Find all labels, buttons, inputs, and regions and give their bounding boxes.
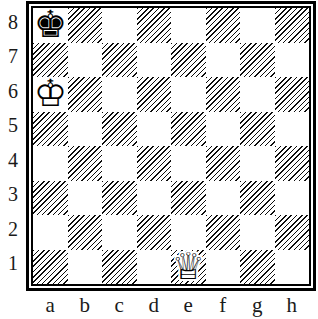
square-a3[interactable]	[33, 181, 68, 216]
square-e3[interactable]	[171, 181, 206, 216]
square-b8[interactable]	[68, 8, 103, 43]
file-label-g: g	[240, 291, 275, 319]
square-g7[interactable]	[240, 43, 275, 78]
square-b5[interactable]	[68, 112, 103, 147]
board-grid: ♚♚♔♛♕	[33, 8, 309, 284]
square-c4[interactable]	[102, 146, 137, 181]
file-label-e: e	[171, 291, 206, 319]
square-f2[interactable]	[206, 215, 241, 250]
rank-label-7: 7	[0, 40, 26, 75]
file-label-f: f	[206, 291, 241, 319]
square-c2[interactable]	[102, 215, 137, 250]
square-d8[interactable]	[137, 8, 172, 43]
square-g1[interactable]	[240, 250, 275, 285]
square-b3[interactable]	[68, 181, 103, 216]
chess-diagram: 87654321 ♚♚♔♛♕ abcdefgh	[0, 0, 318, 319]
square-a6[interactable]: ♚♔	[33, 77, 68, 112]
square-g5[interactable]	[240, 112, 275, 147]
square-h2[interactable]	[275, 215, 310, 250]
square-e6[interactable]	[171, 77, 206, 112]
square-b4[interactable]	[68, 146, 103, 181]
square-h6[interactable]	[275, 77, 310, 112]
square-g6[interactable]	[240, 77, 275, 112]
square-c3[interactable]	[102, 181, 137, 216]
square-b6[interactable]	[68, 77, 103, 112]
file-label-c: c	[102, 291, 137, 319]
square-e5[interactable]	[171, 112, 206, 147]
rank-label-1: 1	[0, 247, 26, 282]
square-d2[interactable]	[137, 215, 172, 250]
square-d4[interactable]	[137, 146, 172, 181]
square-h8[interactable]	[275, 8, 310, 43]
rank-label-6: 6	[0, 74, 26, 109]
square-d1[interactable]	[137, 250, 172, 285]
square-a2[interactable]	[33, 215, 68, 250]
square-g8[interactable]	[240, 8, 275, 43]
file-label-b: b	[68, 291, 103, 319]
square-h4[interactable]	[275, 146, 310, 181]
piece-glyph: ♔	[34, 75, 67, 112]
square-f1[interactable]	[206, 250, 241, 285]
square-f3[interactable]	[206, 181, 241, 216]
piece-glyph: ♕	[172, 248, 205, 285]
piece-white-queen[interactable]: ♛♕	[171, 250, 206, 285]
square-d6[interactable]	[137, 77, 172, 112]
rank-label-3: 3	[0, 178, 26, 213]
square-c6[interactable]	[102, 77, 137, 112]
square-e1[interactable]: ♛♕	[171, 250, 206, 285]
square-h3[interactable]	[275, 181, 310, 216]
square-f7[interactable]	[206, 43, 241, 78]
rank-label-8: 8	[0, 5, 26, 40]
square-a5[interactable]	[33, 112, 68, 147]
piece-black-king[interactable]: ♚	[33, 8, 68, 43]
square-c5[interactable]	[102, 112, 137, 147]
square-f6[interactable]	[206, 77, 241, 112]
file-label-h: h	[275, 291, 310, 319]
square-f4[interactable]	[206, 146, 241, 181]
rank-label-2: 2	[0, 212, 26, 247]
square-f5[interactable]	[206, 112, 241, 147]
square-e7[interactable]	[171, 43, 206, 78]
square-e4[interactable]	[171, 146, 206, 181]
square-h1[interactable]	[275, 250, 310, 285]
square-c1[interactable]	[102, 250, 137, 285]
rank-labels: 87654321	[0, 8, 26, 284]
square-h7[interactable]	[275, 43, 310, 78]
square-d7[interactable]	[137, 43, 172, 78]
square-a8[interactable]: ♚	[33, 8, 68, 43]
square-a1[interactable]	[33, 250, 68, 285]
square-c7[interactable]	[102, 43, 137, 78]
square-d3[interactable]	[137, 181, 172, 216]
square-b1[interactable]	[68, 250, 103, 285]
rank-label-4: 4	[0, 143, 26, 178]
square-c8[interactable]	[102, 8, 137, 43]
rank-label-5: 5	[0, 109, 26, 144]
file-label-a: a	[33, 291, 68, 319]
square-e8[interactable]	[171, 8, 206, 43]
chess-board: ♚♚♔♛♕	[26, 1, 316, 291]
file-label-d: d	[137, 291, 172, 319]
square-g4[interactable]	[240, 146, 275, 181]
square-b2[interactable]	[68, 215, 103, 250]
square-b7[interactable]	[68, 43, 103, 78]
board-inner-frame: ♚♚♔♛♕	[31, 6, 311, 286]
file-labels: abcdefgh	[33, 291, 309, 319]
piece-glyph: ♚	[34, 6, 67, 43]
square-d5[interactable]	[137, 112, 172, 147]
square-a4[interactable]	[33, 146, 68, 181]
square-h5[interactable]	[275, 112, 310, 147]
square-f8[interactable]	[206, 8, 241, 43]
square-g3[interactable]	[240, 181, 275, 216]
piece-white-king[interactable]: ♚♔	[33, 77, 68, 112]
square-g2[interactable]	[240, 215, 275, 250]
